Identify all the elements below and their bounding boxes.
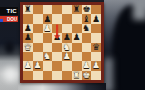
square-d8[interactable] [52,5,62,14]
caption-subtitle: DOU [0,16,18,22]
piece-white-knight-c3: ♞ [43,52,53,61]
square-e3[interactable]: ♟ [62,52,72,61]
square-f8[interactable]: ♜ [72,5,82,14]
piece-white-rook-f1: ♜ [72,71,82,80]
square-b8[interactable] [33,5,43,14]
square-h1[interactable] [91,71,101,80]
square-a6[interactable]: ♟ [23,24,33,33]
caption-group: TIC DOU [0,7,18,22]
square-b7[interactable] [33,14,43,23]
square-h2[interactable]: ♟ [91,61,101,70]
square-d5[interactable]: ♟ [52,33,62,42]
square-e5[interactable]: ♟ [62,33,72,42]
square-c3[interactable]: ♞ [43,52,53,61]
square-b3[interactable] [33,52,43,61]
square-c6[interactable]: ♟ [43,24,53,33]
desk-highlight [3,67,18,82]
square-h8[interactable] [91,5,101,14]
piece-black-pawn-a5: ♟ [23,33,33,42]
square-e8[interactable] [62,5,72,14]
square-b6[interactable] [33,24,43,33]
square-f2[interactable] [72,61,82,70]
piece-black-rook-a8: ♜ [23,5,33,14]
square-d7[interactable] [52,14,62,23]
piece-white-king-g1: ♚ [82,71,92,80]
square-f6[interactable] [72,24,82,33]
piece-black-knight-g6: ♞ [82,24,92,33]
square-a1[interactable] [23,71,33,80]
video-thumbnail: TIC DOU ♜♜♚♟♝♟♟♟♞♟♟♟♟♛♞♛♞♟♟♟♟♟♜♚ [0,0,145,90]
caption-subtitle-text: DOU [7,17,17,22]
piece-black-rook-f8: ♜ [72,5,82,14]
board-grid: ♜♜♚♟♝♟♟♟♞♟♟♟♟♛♞♛♞♟♟♟♟♟♜♚ [23,5,101,80]
square-c1[interactable] [43,71,53,80]
square-e2[interactable] [62,61,72,70]
square-h7[interactable]: ♟ [91,14,101,23]
square-a7[interactable] [23,14,33,23]
piece-white-pawn-g2: ♟ [82,61,92,70]
square-e7[interactable] [62,14,72,23]
square-g2[interactable]: ♟ [82,61,92,70]
square-h6[interactable] [91,24,101,33]
square-h5[interactable] [91,33,101,42]
square-b1[interactable] [33,71,43,80]
square-d3[interactable] [52,52,62,61]
square-a5[interactable]: ♟ [23,33,33,42]
piece-black-pawn-a6: ♟ [23,24,33,33]
square-f3[interactable] [72,52,82,61]
piece-black-pawn-e5: ♟ [62,33,72,42]
piece-black-pawn-c7: ♟ [43,14,53,23]
square-g7[interactable]: ♝ [82,14,92,23]
square-c8[interactable] [43,5,53,14]
piece-white-pawn-b2: ♟ [33,61,43,70]
square-e4[interactable]: ♞ [62,43,72,52]
chess-board[interactable]: ♜♜♚♟♝♟♟♟♞♟♟♟♟♛♞♛♞♟♟♟♟♟♜♚ [20,2,104,83]
piece-black-queen-h4: ♛ [91,43,101,52]
desk-edge [18,83,106,90]
piece-white-pawn-c6: ♟ [43,24,53,33]
square-b2[interactable]: ♟ [33,61,43,70]
piece-white-pawn-e3: ♟ [62,52,72,61]
piece-white-queen-a4: ♛ [23,43,33,52]
square-f5[interactable]: ♟ [72,33,82,42]
piece-black-pawn-d5: ♟ [52,33,62,42]
square-d1[interactable] [52,71,62,80]
square-g5[interactable] [82,33,92,42]
piece-white-knight-e4: ♞ [62,43,72,52]
piece-white-pawn-h2: ♟ [91,61,101,70]
square-b4[interactable] [33,43,43,52]
square-a8[interactable]: ♜ [23,5,33,14]
background-highlight [133,0,145,20]
square-c4[interactable] [43,43,53,52]
piece-white-pawn-a2: ♟ [23,61,33,70]
square-g3[interactable] [82,52,92,61]
square-a3[interactable] [23,52,33,61]
blurred-object [5,42,14,53]
square-c5[interactable] [43,33,53,42]
square-c2[interactable] [43,61,53,70]
square-c7[interactable]: ♟ [43,14,53,23]
piece-black-king-g8: ♚ [82,5,92,14]
piece-black-pawn-h7: ♟ [91,14,101,23]
square-f4[interactable] [72,43,82,52]
square-h3[interactable] [91,52,101,61]
square-e1[interactable] [62,71,72,80]
square-f7[interactable] [72,14,82,23]
piece-black-pawn-f5: ♟ [72,33,82,42]
square-d6[interactable] [52,24,62,33]
logo-chip [0,19,3,22]
square-d2[interactable] [52,61,62,70]
square-g1[interactable]: ♚ [82,71,92,80]
caption-title-text: TIC [6,8,17,14]
square-g6[interactable]: ♞ [82,24,92,33]
square-a2[interactable]: ♟ [23,61,33,70]
square-g4[interactable] [82,43,92,52]
square-h4[interactable]: ♛ [91,43,101,52]
square-a4[interactable]: ♛ [23,43,33,52]
square-b5[interactable] [33,33,43,42]
square-f1[interactable]: ♜ [72,71,82,80]
piece-black-bishop-g7: ♝ [82,14,92,23]
square-g8[interactable]: ♚ [82,5,92,14]
square-d4[interactable] [52,43,62,52]
square-e6[interactable] [62,24,72,33]
caption-title: TIC [0,7,18,15]
